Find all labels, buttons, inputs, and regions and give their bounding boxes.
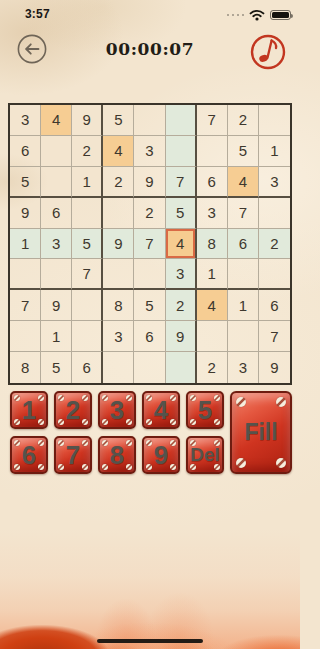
sudoku-cell-r7c1[interactable]: 7 bbox=[10, 290, 41, 321]
sudoku-cell-r7c9[interactable]: 6 bbox=[259, 290, 290, 321]
sudoku-cell-r2c5[interactable]: 3 bbox=[134, 136, 165, 167]
sudoku-cell-r5c9[interactable]: 2 bbox=[259, 229, 290, 260]
key-label: 6 bbox=[22, 440, 36, 471]
sudoku-cell-r8c9[interactable]: 7 bbox=[259, 321, 290, 352]
screw-icon bbox=[102, 464, 108, 470]
screw-icon bbox=[58, 419, 64, 425]
sudoku-cell-r8c7[interactable] bbox=[197, 321, 228, 352]
screw-icon bbox=[58, 464, 64, 470]
sudoku-cell-r1c4[interactable]: 5 bbox=[103, 105, 134, 136]
sudoku-cell-r1c8[interactable]: 2 bbox=[228, 105, 259, 136]
sudoku-cell-r4c7[interactable]: 3 bbox=[197, 198, 228, 229]
sudoku-cell-r6c8[interactable] bbox=[228, 259, 259, 290]
sudoku-cell-r2c3[interactable]: 2 bbox=[72, 136, 103, 167]
sudoku-cell-r6c6[interactable]: 3 bbox=[166, 259, 197, 290]
status-icons bbox=[227, 9, 292, 21]
screw-icon bbox=[38, 395, 44, 401]
screw-icon bbox=[190, 419, 196, 425]
sudoku-cell-r4c5[interactable]: 2 bbox=[134, 198, 165, 229]
sudoku-cell-r6c2[interactable] bbox=[41, 259, 72, 290]
digit-key-3[interactable]: 3 bbox=[98, 391, 136, 429]
sudoku-cell-r1c6[interactable] bbox=[166, 105, 197, 136]
sudoku-cell-r2c8[interactable]: 5 bbox=[228, 136, 259, 167]
screw-icon bbox=[170, 395, 176, 401]
sudoku-cell-r4c2[interactable]: 6 bbox=[41, 198, 72, 229]
sudoku-cell-r3c6[interactable]: 7 bbox=[166, 167, 197, 198]
sudoku-cell-r5c4[interactable]: 9 bbox=[103, 229, 134, 260]
watercolor-decoration bbox=[0, 529, 300, 649]
wifi-icon bbox=[249, 9, 265, 21]
sudoku-cell-r7c7[interactable]: 4 bbox=[197, 290, 228, 321]
digit-key-1[interactable]: 1 bbox=[10, 391, 48, 429]
screw-icon bbox=[14, 440, 20, 446]
screw-icon bbox=[38, 419, 44, 425]
screw-icon bbox=[58, 395, 64, 401]
screw-icon bbox=[14, 419, 20, 425]
sudoku-cell-r3c8[interactable]: 4 bbox=[228, 167, 259, 198]
sudoku-cell-r6c9[interactable] bbox=[259, 259, 290, 290]
sudoku-cell-r9c1[interactable]: 8 bbox=[10, 352, 41, 383]
screw-icon bbox=[146, 395, 152, 401]
fill-button[interactable]: Fill bbox=[230, 391, 292, 474]
sudoku-cell-r5c6[interactable]: 4 bbox=[166, 229, 197, 260]
screw-icon bbox=[146, 419, 152, 425]
sudoku-cell-r4c1[interactable]: 9 bbox=[10, 198, 41, 229]
sudoku-cell-r9c8[interactable]: 3 bbox=[228, 352, 259, 383]
sudoku-cell-r3c2[interactable] bbox=[41, 167, 72, 198]
sudoku-cell-r7c3[interactable] bbox=[72, 290, 103, 321]
sudoku-cell-r7c6[interactable]: 2 bbox=[166, 290, 197, 321]
sudoku-cell-r9c5[interactable] bbox=[134, 352, 165, 383]
screw-icon bbox=[38, 440, 44, 446]
sudoku-cell-r5c1[interactable]: 1 bbox=[10, 229, 41, 260]
sudoku-cell-r6c4[interactable] bbox=[103, 259, 134, 290]
sudoku-cell-r5c3[interactable]: 5 bbox=[72, 229, 103, 260]
sudoku-board: 3495726243515129764396253713597486273179… bbox=[8, 103, 292, 385]
sudoku-cell-r3c3[interactable]: 1 bbox=[72, 167, 103, 198]
screw-icon bbox=[102, 440, 108, 446]
screw-icon bbox=[214, 395, 220, 401]
sudoku-cell-r6c1[interactable] bbox=[10, 259, 41, 290]
sudoku-cell-r8c2[interactable]: 1 bbox=[41, 321, 72, 352]
key-label: 2 bbox=[66, 395, 80, 426]
sudoku-cell-r5c2[interactable]: 3 bbox=[41, 229, 72, 260]
key-label: 9 bbox=[154, 440, 168, 471]
screw-icon bbox=[126, 395, 132, 401]
status-time: 3:57 bbox=[25, 7, 50, 21]
key-label: 4 bbox=[154, 395, 168, 426]
sudoku-cell-r7c2[interactable]: 9 bbox=[41, 290, 72, 321]
sudoku-cell-r8c4[interactable]: 3 bbox=[103, 321, 134, 352]
screw-icon bbox=[190, 395, 196, 401]
sudoku-cell-r9c9[interactable]: 9 bbox=[259, 352, 290, 383]
sudoku-cell-r9c3[interactable]: 6 bbox=[72, 352, 103, 383]
screw-icon bbox=[14, 464, 20, 470]
screw-icon bbox=[276, 458, 286, 468]
sudoku-cell-r3c1[interactable]: 5 bbox=[10, 167, 41, 198]
sudoku-cell-r9c4[interactable] bbox=[103, 352, 134, 383]
sudoku-cell-r1c5[interactable] bbox=[134, 105, 165, 136]
digit-key-5[interactable]: 5 bbox=[186, 391, 224, 429]
music-note-icon bbox=[247, 30, 289, 72]
screw-icon bbox=[170, 440, 176, 446]
sudoku-cell-r1c7[interactable]: 7 bbox=[197, 105, 228, 136]
sudoku-cell-r4c4[interactable] bbox=[103, 198, 134, 229]
key-label: 7 bbox=[66, 440, 80, 471]
screw-icon bbox=[236, 397, 246, 407]
sudoku-cell-r8c3[interactable] bbox=[72, 321, 103, 352]
screw-icon bbox=[170, 419, 176, 425]
sudoku-cell-r5c8[interactable]: 6 bbox=[228, 229, 259, 260]
sudoku-cell-r5c5[interactable]: 7 bbox=[134, 229, 165, 260]
sudoku-cell-r9c7[interactable]: 2 bbox=[197, 352, 228, 383]
sudoku-cell-r4c3[interactable] bbox=[72, 198, 103, 229]
screw-icon bbox=[170, 464, 176, 470]
sudoku-cell-r1c9[interactable] bbox=[259, 105, 290, 136]
screw-icon bbox=[102, 419, 108, 425]
sudoku-cell-r8c1[interactable] bbox=[10, 321, 41, 352]
delete-key[interactable]: Del bbox=[186, 436, 224, 474]
keypad: 123456789Del Fill bbox=[10, 391, 292, 477]
screw-icon bbox=[214, 419, 220, 425]
sound-button[interactable] bbox=[247, 30, 289, 72]
home-indicator[interactable] bbox=[97, 639, 203, 643]
screw-icon bbox=[126, 464, 132, 470]
screw-icon bbox=[146, 464, 152, 470]
key-label: 8 bbox=[110, 440, 124, 471]
sudoku-cell-r8c5[interactable]: 6 bbox=[134, 321, 165, 352]
sudoku-cell-r1c2[interactable]: 4 bbox=[41, 105, 72, 136]
digit-key-7[interactable]: 7 bbox=[54, 436, 92, 474]
sudoku-cell-r9c6[interactable] bbox=[166, 352, 197, 383]
sudoku-cell-r4c6[interactable]: 5 bbox=[166, 198, 197, 229]
digit-key-4[interactable]: 4 bbox=[142, 391, 180, 429]
sudoku-cell-r3c5[interactable]: 9 bbox=[134, 167, 165, 198]
key-label: 5 bbox=[198, 395, 212, 426]
sudoku-cell-r9c2[interactable]: 5 bbox=[41, 352, 72, 383]
screw-icon bbox=[102, 395, 108, 401]
screw-icon bbox=[82, 464, 88, 470]
sudoku-cell-r6c3[interactable]: 7 bbox=[72, 259, 103, 290]
digit-key-2[interactable]: 2 bbox=[54, 391, 92, 429]
sudoku-cell-r7c8[interactable]: 1 bbox=[228, 290, 259, 321]
sudoku-cell-r7c4[interactable]: 8 bbox=[103, 290, 134, 321]
digit-key-9[interactable]: 9 bbox=[142, 436, 180, 474]
sudoku-cell-r1c3[interactable]: 9 bbox=[72, 105, 103, 136]
fill-label: Fill bbox=[244, 419, 277, 446]
sudoku-cell-r3c9[interactable]: 3 bbox=[259, 167, 290, 198]
sudoku-cell-r8c6[interactable]: 9 bbox=[166, 321, 197, 352]
screw-icon bbox=[236, 458, 246, 468]
digit-key-6[interactable]: 6 bbox=[10, 436, 48, 474]
sudoku-cell-r2c4[interactable]: 4 bbox=[103, 136, 134, 167]
sudoku-cell-r2c7[interactable] bbox=[197, 136, 228, 167]
battery-icon bbox=[270, 10, 291, 20]
sudoku-cell-r1c1[interactable]: 3 bbox=[10, 105, 41, 136]
screw-icon bbox=[276, 397, 286, 407]
sudoku-cell-r6c5[interactable] bbox=[134, 259, 165, 290]
key-label: Del bbox=[190, 444, 220, 466]
sudoku-cell-r2c1[interactable]: 6 bbox=[10, 136, 41, 167]
screw-icon bbox=[38, 464, 44, 470]
sudoku-cell-r8c8[interactable] bbox=[228, 321, 259, 352]
sudoku-cell-r6c7[interactable]: 1 bbox=[197, 259, 228, 290]
screw-icon bbox=[82, 440, 88, 446]
screw-icon bbox=[82, 395, 88, 401]
screw-icon bbox=[82, 419, 88, 425]
sudoku-cell-r5c7[interactable]: 8 bbox=[197, 229, 228, 260]
sudoku-cell-r4c9[interactable] bbox=[259, 198, 290, 229]
screw-icon bbox=[146, 440, 152, 446]
sudoku-cell-r2c6[interactable] bbox=[166, 136, 197, 167]
sudoku-cell-r2c9[interactable]: 1 bbox=[259, 136, 290, 167]
sudoku-cell-r7c5[interactable]: 5 bbox=[134, 290, 165, 321]
screw-icon bbox=[58, 440, 64, 446]
key-label: 1 bbox=[22, 395, 36, 426]
screw-icon bbox=[126, 419, 132, 425]
cellular-signal-icon bbox=[227, 14, 245, 17]
sudoku-cell-r4c8[interactable]: 7 bbox=[228, 198, 259, 229]
key-label: 3 bbox=[110, 395, 124, 426]
sudoku-cell-r3c7[interactable]: 6 bbox=[197, 167, 228, 198]
screw-icon bbox=[14, 395, 20, 401]
sudoku-cell-r3c4[interactable]: 2 bbox=[103, 167, 134, 198]
sudoku-cell-r2c2[interactable] bbox=[41, 136, 72, 167]
digit-key-8[interactable]: 8 bbox=[98, 436, 136, 474]
screw-icon bbox=[126, 440, 132, 446]
